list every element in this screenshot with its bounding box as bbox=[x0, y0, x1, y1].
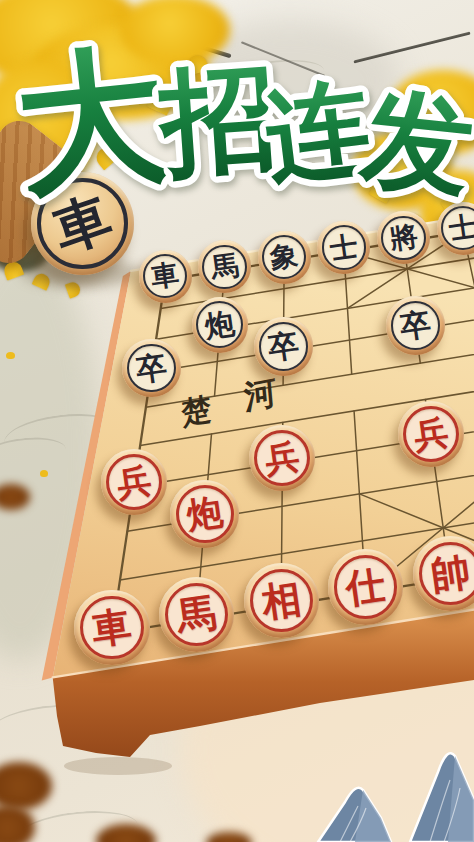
piece-black-炮[interactable]: 炮 bbox=[192, 297, 249, 354]
piece-black-車[interactable]: 車 bbox=[139, 250, 192, 303]
piece-red-仕[interactable]: 仕 bbox=[328, 549, 403, 624]
piece-glyph: 兵 bbox=[411, 415, 450, 454]
page-title: 大招连发 bbox=[0, 0, 474, 230]
piece-glyph: 馬 bbox=[209, 251, 240, 282]
piece-face: 炮 bbox=[196, 301, 243, 348]
piece-glyph: 卒 bbox=[134, 351, 169, 386]
piece-red-炮[interactable]: 炮 bbox=[170, 480, 239, 549]
piece-red-相[interactable]: 相 bbox=[244, 563, 319, 638]
piece-face: 帥 bbox=[419, 542, 474, 605]
piece-red-車[interactable]: 車 bbox=[74, 590, 149, 665]
piece-glyph: 仕 bbox=[344, 565, 388, 609]
piece-black-卒[interactable]: 卒 bbox=[386, 296, 445, 355]
piece-red-兵[interactable]: 兵 bbox=[398, 401, 464, 467]
piece-face: 馬 bbox=[165, 583, 228, 646]
piece-glyph: 車 bbox=[90, 606, 134, 650]
piece-glyph: 炮 bbox=[203, 308, 236, 341]
title-char: 招 bbox=[153, 47, 282, 191]
piece-face: 兵 bbox=[254, 430, 310, 486]
title-char: 大 bbox=[8, 24, 176, 215]
piece-face: 兵 bbox=[403, 406, 459, 462]
piece-black-象[interactable]: 象 bbox=[258, 231, 311, 284]
piece-glyph: 兵 bbox=[263, 439, 302, 478]
piece-glyph: 兵 bbox=[115, 463, 154, 502]
piece-glyph: 卒 bbox=[398, 308, 433, 343]
piece-face: 相 bbox=[250, 569, 313, 632]
promo-screen: 楚河 車馬象士將士炮卒卒卒兵兵兵炮車馬相仕帥 車 大招连发 bbox=[0, 0, 474, 842]
piece-glyph: 帥 bbox=[428, 551, 472, 595]
piece-red-兵[interactable]: 兵 bbox=[101, 449, 167, 515]
piece-glyph: 炮 bbox=[184, 494, 224, 534]
river-label-char: 楚 bbox=[179, 390, 213, 431]
piece-face: 卒 bbox=[127, 344, 176, 393]
piece-red-馬[interactable]: 馬 bbox=[159, 577, 234, 652]
piece-face: 炮 bbox=[176, 485, 234, 543]
piece-black-卒[interactable]: 卒 bbox=[122, 339, 181, 398]
piece-face: 車 bbox=[143, 254, 187, 298]
piece-face: 仕 bbox=[334, 555, 397, 618]
piece-glyph: 象 bbox=[269, 241, 300, 272]
piece-glyph: 馬 bbox=[175, 592, 219, 636]
title-char: 发 bbox=[354, 72, 474, 212]
piece-glyph: 士 bbox=[328, 232, 359, 263]
piece-black-卒[interactable]: 卒 bbox=[254, 317, 313, 376]
piece-face: 兵 bbox=[106, 454, 162, 510]
piece-face: 馬 bbox=[202, 245, 246, 289]
piece-face: 士 bbox=[322, 225, 366, 269]
piece-face: 車 bbox=[80, 596, 143, 659]
piece-face: 象 bbox=[262, 235, 306, 279]
piece-black-馬[interactable]: 馬 bbox=[198, 240, 251, 293]
piece-glyph: 車 bbox=[149, 261, 180, 292]
piece-face: 卒 bbox=[391, 301, 440, 350]
piece-glyph: 相 bbox=[259, 579, 303, 623]
piece-face: 卒 bbox=[259, 322, 308, 371]
piece-glyph: 卒 bbox=[266, 329, 301, 364]
river-label-char: 河 bbox=[241, 372, 278, 417]
